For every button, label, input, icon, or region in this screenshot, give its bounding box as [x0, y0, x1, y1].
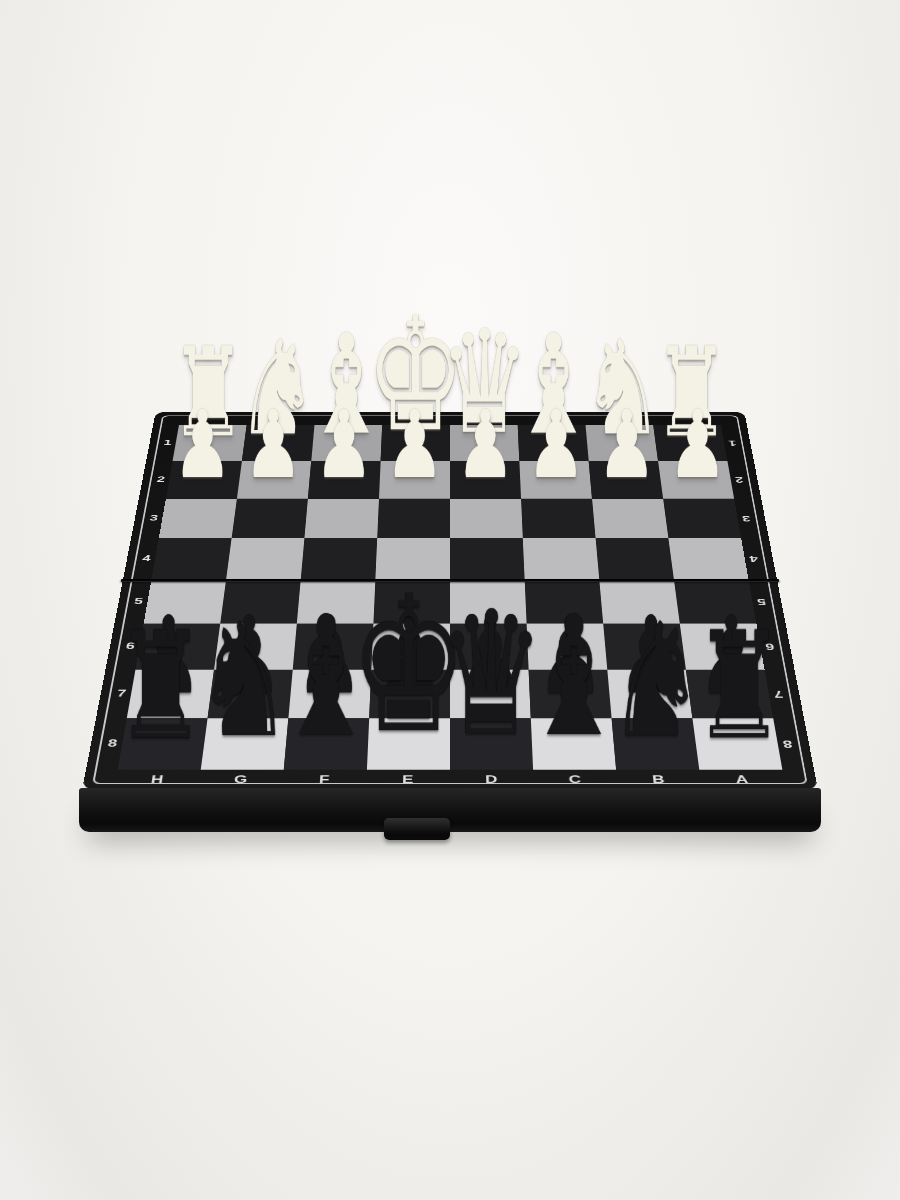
piece-black-rook-a8[interactable]: ♜	[693, 612, 786, 760]
rank-label-right-2: 2	[730, 475, 748, 484]
rank-label-left-2: 2	[152, 475, 170, 484]
board-scene: ♜♞♝♚♛♝♞♜♟♟♟♟♟♟♟♟♟♟♟♟♟♟♟♟♜♞♝♚♛♝♞♜ 1234567…	[82, 386, 818, 790]
rank-label-right-4: 4	[744, 554, 763, 564]
file-label-A: A	[735, 773, 750, 786]
piece-black-knight-b8[interactable]: ♞	[607, 602, 706, 759]
file-label-G: G	[233, 773, 249, 786]
case-latch	[384, 818, 450, 840]
square-f2[interactable]: ♟	[308, 461, 381, 499]
piece-white-pawn-e2[interactable]: ♟	[385, 397, 444, 491]
chessboard: ♜♞♝♚♛♝♞♜♟♟♟♟♟♟♟♟♟♟♟♟♟♟♟♟♜♞♝♚♛♝♞♜ 1234567…	[82, 412, 818, 790]
square-h2[interactable]: ♟	[166, 461, 242, 499]
square-b2[interactable]: ♟	[589, 461, 663, 499]
square-e2[interactable]: ♟	[379, 461, 450, 499]
piece-white-pawn-d2[interactable]: ♟	[456, 397, 515, 491]
file-label-E: E	[402, 773, 415, 786]
file-label-C: C	[568, 773, 582, 786]
square-d2[interactable]: ♟	[450, 461, 521, 499]
square-g4[interactable]	[226, 538, 304, 580]
rank-label-right-3: 3	[737, 513, 756, 522]
case-front-edge	[79, 788, 821, 832]
square-g3[interactable]	[232, 499, 308, 539]
piece-white-pawn-a2[interactable]: ♟	[668, 397, 727, 491]
square-e3[interactable]	[377, 499, 450, 539]
square-d3[interactable]	[450, 499, 523, 539]
rank-label-left-3: 3	[144, 513, 163, 522]
square-a2[interactable]: ♟	[658, 461, 734, 499]
square-g2[interactable]: ♟	[237, 461, 311, 499]
square-f3[interactable]	[304, 499, 379, 539]
square-a8[interactable]: ♜	[692, 718, 782, 769]
square-c3[interactable]	[521, 499, 596, 539]
square-d8[interactable]: ♛	[450, 718, 533, 769]
file-label-F: F	[319, 773, 331, 786]
file-label-H: H	[150, 773, 165, 786]
piece-white-pawn-g2[interactable]: ♟	[244, 397, 303, 491]
square-c8[interactable]: ♝	[531, 718, 616, 769]
square-a4[interactable]	[668, 538, 748, 580]
piece-white-pawn-b2[interactable]: ♟	[597, 397, 656, 491]
square-b3[interactable]	[592, 499, 668, 539]
square-h3[interactable]	[159, 499, 237, 539]
square-a3[interactable]	[663, 499, 741, 539]
file-label-D: D	[485, 773, 498, 786]
square-h4[interactable]	[151, 538, 231, 580]
product-photo: ♜♞♝♚♛♝♞♜♟♟♟♟♟♟♟♟♟♟♟♟♟♟♟♟♜♞♝♚♛♝♞♜ 1234567…	[0, 0, 900, 1200]
square-b4[interactable]	[596, 538, 674, 580]
piece-white-pawn-h2[interactable]: ♟	[173, 397, 232, 491]
rank-label-left-4: 4	[137, 554, 156, 564]
board-squares: ♜♞♝♚♛♝♞♜♟♟♟♟♟♟♟♟♟♟♟♟♟♟♟♟♜♞♝♚♛♝♞♜	[118, 425, 783, 770]
piece-white-pawn-c2[interactable]: ♟	[526, 397, 585, 491]
piece-white-pawn-f2[interactable]: ♟	[314, 397, 373, 491]
square-c2[interactable]: ♟	[519, 461, 592, 499]
file-label-B: B	[652, 773, 667, 786]
square-b8[interactable]: ♞	[612, 718, 700, 769]
